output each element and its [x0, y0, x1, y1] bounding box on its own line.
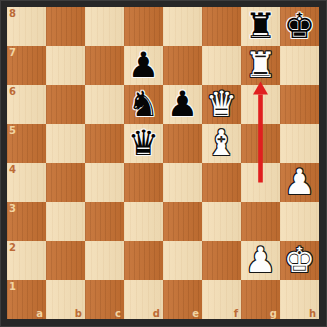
square-h1[interactable]: h: [280, 280, 319, 319]
rank-label-6: 6: [9, 86, 16, 97]
square-e8[interactable]: [163, 7, 202, 46]
square-c5[interactable]: [85, 124, 124, 163]
square-e6[interactable]: ♟: [163, 85, 202, 124]
square-f4[interactable]: [202, 163, 241, 202]
square-g2[interactable]: ♟: [241, 241, 280, 280]
file-label-h: h: [309, 308, 316, 319]
square-d3[interactable]: [124, 202, 163, 241]
square-b1[interactable]: b: [46, 280, 85, 319]
square-g1[interactable]: g: [241, 280, 280, 319]
square-h6[interactable]: [280, 85, 319, 124]
square-e2[interactable]: [163, 241, 202, 280]
square-f8[interactable]: [202, 7, 241, 46]
black-pawn[interactable]: ♟: [163, 85, 202, 124]
white-rook[interactable]: ♜: [241, 46, 280, 85]
white-queen[interactable]: ♛: [202, 85, 241, 124]
square-f1[interactable]: f: [202, 280, 241, 319]
black-pawn[interactable]: ♟: [124, 46, 163, 85]
square-c8[interactable]: [85, 7, 124, 46]
chess-board: 8♜♚7♟♜6♞♟♛5♛♝4♟32♟♚1abcdefgh: [7, 7, 319, 319]
rank-label-4: 4: [9, 164, 16, 175]
file-label-b: b: [75, 308, 82, 319]
rank-label-8: 8: [9, 8, 16, 19]
file-label-d: d: [153, 308, 160, 319]
square-g4[interactable]: [241, 163, 280, 202]
square-a8[interactable]: 8: [7, 7, 46, 46]
square-d5[interactable]: ♛: [124, 124, 163, 163]
square-d7[interactable]: ♟: [124, 46, 163, 85]
rank-label-1: 1: [9, 281, 16, 292]
rank-label-2: 2: [9, 242, 16, 253]
rank-label-7: 7: [9, 47, 16, 58]
file-label-e: e: [192, 308, 199, 319]
chess-board-frame: 8♜♚7♟♜6♞♟♛5♛♝4♟32♟♚1abcdefgh: [0, 0, 327, 327]
square-g8[interactable]: ♜: [241, 7, 280, 46]
square-a4[interactable]: 4: [7, 163, 46, 202]
square-b6[interactable]: [46, 85, 85, 124]
square-b7[interactable]: [46, 46, 85, 85]
square-e7[interactable]: [163, 46, 202, 85]
square-b4[interactable]: [46, 163, 85, 202]
black-king[interactable]: ♚: [280, 7, 319, 46]
square-b2[interactable]: [46, 241, 85, 280]
square-f5[interactable]: ♝: [202, 124, 241, 163]
square-b3[interactable]: [46, 202, 85, 241]
black-queen[interactable]: ♛: [124, 124, 163, 163]
white-king[interactable]: ♚: [280, 241, 319, 280]
square-c3[interactable]: [85, 202, 124, 241]
rank-label-5: 5: [9, 125, 16, 136]
square-g7[interactable]: ♜: [241, 46, 280, 85]
square-d8[interactable]: [124, 7, 163, 46]
black-rook[interactable]: ♜: [241, 7, 280, 46]
square-h2[interactable]: ♚: [280, 241, 319, 280]
square-c6[interactable]: [85, 85, 124, 124]
white-bishop[interactable]: ♝: [202, 124, 241, 163]
black-knight[interactable]: ♞: [124, 85, 163, 124]
file-label-a: a: [36, 308, 43, 319]
square-f7[interactable]: [202, 46, 241, 85]
square-g3[interactable]: [241, 202, 280, 241]
square-e1[interactable]: e: [163, 280, 202, 319]
square-d1[interactable]: d: [124, 280, 163, 319]
square-h3[interactable]: [280, 202, 319, 241]
square-d2[interactable]: [124, 241, 163, 280]
square-h4[interactable]: ♟: [280, 163, 319, 202]
white-pawn[interactable]: ♟: [241, 241, 280, 280]
square-f6[interactable]: ♛: [202, 85, 241, 124]
square-g5[interactable]: [241, 124, 280, 163]
square-a3[interactable]: 3: [7, 202, 46, 241]
square-f2[interactable]: [202, 241, 241, 280]
square-f3[interactable]: [202, 202, 241, 241]
file-label-f: f: [234, 308, 238, 319]
square-a5[interactable]: 5: [7, 124, 46, 163]
square-e5[interactable]: [163, 124, 202, 163]
square-g6[interactable]: [241, 85, 280, 124]
square-b5[interactable]: [46, 124, 85, 163]
square-a7[interactable]: 7: [7, 46, 46, 85]
square-c2[interactable]: [85, 241, 124, 280]
square-e4[interactable]: [163, 163, 202, 202]
square-h8[interactable]: ♚: [280, 7, 319, 46]
square-c4[interactable]: [85, 163, 124, 202]
square-h5[interactable]: [280, 124, 319, 163]
square-c1[interactable]: c: [85, 280, 124, 319]
file-label-c: c: [115, 308, 121, 319]
square-h7[interactable]: [280, 46, 319, 85]
square-e3[interactable]: [163, 202, 202, 241]
square-a6[interactable]: 6: [7, 85, 46, 124]
file-label-g: g: [270, 308, 277, 319]
square-a1[interactable]: 1a: [7, 280, 46, 319]
square-d6[interactable]: ♞: [124, 85, 163, 124]
square-a2[interactable]: 2: [7, 241, 46, 280]
square-d4[interactable]: [124, 163, 163, 202]
square-b8[interactable]: [46, 7, 85, 46]
white-pawn[interactable]: ♟: [280, 163, 319, 202]
square-c7[interactable]: [85, 46, 124, 85]
rank-label-3: 3: [9, 203, 16, 214]
